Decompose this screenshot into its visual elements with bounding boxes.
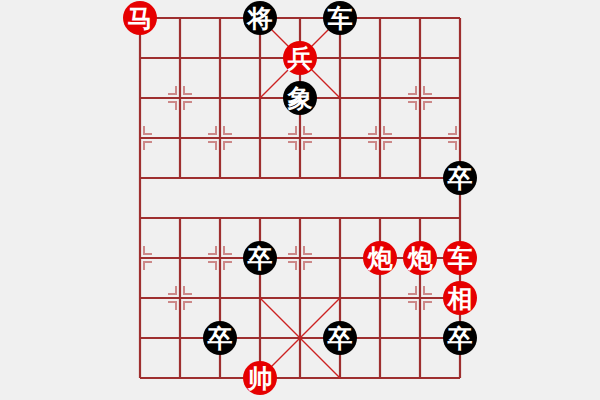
piece-red-cannon[interactable]: 炮 xyxy=(363,241,397,275)
piece-red-cannon[interactable]: 炮 xyxy=(403,241,437,275)
piece-black-soldier[interactable]: 卒 xyxy=(243,241,277,275)
xiangqi-board: 马将车兵象卒卒炮炮车相卒卒卒帅 xyxy=(0,0,600,400)
piece-red-general[interactable]: 帅 xyxy=(243,361,277,395)
piece-black-chariot[interactable]: 车 xyxy=(323,1,357,35)
piece-black-soldier[interactable]: 卒 xyxy=(443,321,477,355)
piece-red-chariot[interactable]: 车 xyxy=(443,241,477,275)
piece-black-soldier[interactable]: 卒 xyxy=(203,321,237,355)
piece-black-soldier[interactable]: 卒 xyxy=(323,321,357,355)
piece-red-horse[interactable]: 马 xyxy=(123,1,157,35)
piece-black-general[interactable]: 将 xyxy=(243,1,277,35)
piece-red-elephant[interactable]: 相 xyxy=(443,281,477,315)
piece-black-soldier[interactable]: 卒 xyxy=(443,161,477,195)
piece-red-soldier[interactable]: 兵 xyxy=(283,41,317,75)
pieces-layer: 马将车兵象卒卒炮炮车相卒卒卒帅 xyxy=(0,0,600,400)
piece-black-elephant[interactable]: 象 xyxy=(283,81,317,115)
